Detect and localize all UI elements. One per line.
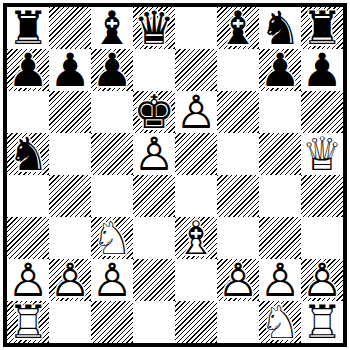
white-pawn-icon[interactable]: ♟♙ [91, 259, 133, 301]
square-c2[interactable]: ♟♙ [91, 259, 133, 301]
square-d1[interactable] [133, 301, 175, 343]
black-queen-icon[interactable]: ♛♛ [133, 7, 175, 49]
square-a5[interactable]: ♞♞ [7, 133, 49, 175]
piece-glyph: ♕ [301, 133, 343, 175]
piece-glyph: ♙ [91, 259, 133, 301]
piece-glyph: ♛ [133, 7, 175, 49]
piece-glyph: ♙ [217, 259, 259, 301]
piece-glyph: ♟ [49, 49, 91, 91]
white-pawn-icon[interactable]: ♟♙ [49, 259, 91, 301]
square-a4[interactable] [7, 175, 49, 217]
square-g1[interactable]: ♞♘ [259, 301, 301, 343]
square-d8[interactable]: ♛♛ [133, 7, 175, 49]
square-d5[interactable]: ♟♙ [133, 133, 175, 175]
white-rook-icon[interactable]: ♜♖ [301, 301, 343, 343]
square-d2[interactable] [133, 259, 175, 301]
black-knight-icon[interactable]: ♞♞ [7, 133, 49, 175]
square-g6[interactable] [259, 91, 301, 133]
piece-glyph: ♙ [133, 133, 175, 175]
piece-glyph: ♟ [259, 49, 301, 91]
square-f4[interactable] [217, 175, 259, 217]
square-h4[interactable] [301, 175, 343, 217]
square-b1[interactable] [49, 301, 91, 343]
white-bishop-icon[interactable]: ♝♗ [175, 217, 217, 259]
square-a1[interactable]: ♜♖ [7, 301, 49, 343]
piece-glyph: ♖ [301, 301, 343, 343]
square-h1[interactable]: ♜♖ [301, 301, 343, 343]
piece-glyph: ♟ [91, 49, 133, 91]
square-g4[interactable] [259, 175, 301, 217]
square-e3[interactable]: ♝♗ [175, 217, 217, 259]
chess-board: ♜♜♝♝♛♛♝♝♞♞♜♜♟♟♟♟♟♟♟♟♟♟♚♚♟♙♞♞♟♙♛♕♞♘♝♗♟♙♟♙… [3, 3, 347, 347]
piece-glyph: ♟ [7, 49, 49, 91]
square-f8[interactable]: ♝♝ [217, 7, 259, 49]
white-pawn-icon[interactable]: ♟♙ [175, 91, 217, 133]
square-h7[interactable]: ♟♟ [301, 49, 343, 91]
piece-glyph: ♖ [7, 301, 49, 343]
square-b2[interactable]: ♟♙ [49, 259, 91, 301]
square-e5[interactable] [175, 133, 217, 175]
black-pawn-icon[interactable]: ♟♟ [301, 49, 343, 91]
square-a7[interactable]: ♟♟ [7, 49, 49, 91]
square-d3[interactable] [133, 217, 175, 259]
square-f6[interactable] [217, 91, 259, 133]
square-c6[interactable] [91, 91, 133, 133]
black-pawn-icon[interactable]: ♟♟ [91, 49, 133, 91]
square-e6[interactable]: ♟♙ [175, 91, 217, 133]
square-g5[interactable] [259, 133, 301, 175]
square-e1[interactable] [175, 301, 217, 343]
square-d4[interactable] [133, 175, 175, 217]
square-e2[interactable] [175, 259, 217, 301]
black-pawn-icon[interactable]: ♟♟ [49, 49, 91, 91]
piece-glyph: ♙ [175, 91, 217, 133]
white-knight-icon[interactable]: ♞♘ [259, 301, 301, 343]
piece-glyph: ♘ [259, 301, 301, 343]
square-c7[interactable]: ♟♟ [91, 49, 133, 91]
square-b6[interactable] [49, 91, 91, 133]
square-c5[interactable] [91, 133, 133, 175]
white-queen-icon[interactable]: ♛♕ [301, 133, 343, 175]
piece-glyph: ♙ [49, 259, 91, 301]
piece-glyph: ♞ [7, 133, 49, 175]
square-f5[interactable] [217, 133, 259, 175]
square-b7[interactable]: ♟♟ [49, 49, 91, 91]
piece-glyph: ♟ [301, 49, 343, 91]
square-b4[interactable] [49, 175, 91, 217]
white-pawn-icon[interactable]: ♟♙ [133, 133, 175, 175]
square-g7[interactable]: ♟♟ [259, 49, 301, 91]
black-bishop-icon[interactable]: ♝♝ [217, 7, 259, 49]
black-pawn-icon[interactable]: ♟♟ [259, 49, 301, 91]
square-f2[interactable]: ♟♙ [217, 259, 259, 301]
square-h5[interactable]: ♛♕ [301, 133, 343, 175]
piece-glyph: ♝ [217, 7, 259, 49]
piece-glyph: ♗ [175, 217, 217, 259]
black-pawn-icon[interactable]: ♟♟ [7, 49, 49, 91]
square-f1[interactable] [217, 301, 259, 343]
square-c1[interactable] [91, 301, 133, 343]
page: ♜♜♝♝♛♛♝♝♞♞♜♜♟♟♟♟♟♟♟♟♟♟♚♚♟♙♞♞♟♙♛♕♞♘♝♗♟♙♟♙… [0, 0, 350, 350]
square-e8[interactable] [175, 7, 217, 49]
white-pawn-icon[interactable]: ♟♙ [217, 259, 259, 301]
white-rook-icon[interactable]: ♜♖ [7, 301, 49, 343]
square-f7[interactable] [217, 49, 259, 91]
square-b5[interactable] [49, 133, 91, 175]
